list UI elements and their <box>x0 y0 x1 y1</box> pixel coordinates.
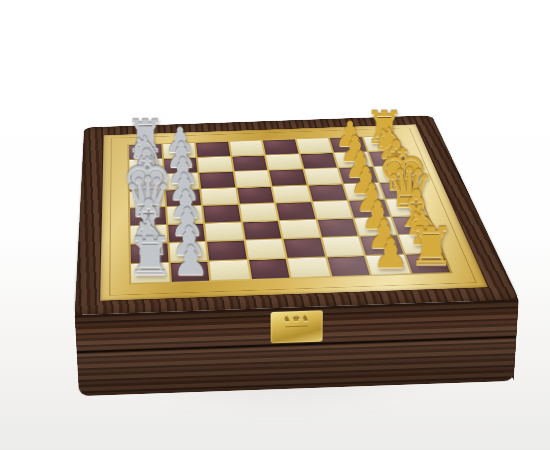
square-3-3 <box>199 172 234 188</box>
chess-box: ♜♟♟♜♞♟♟♞♝♟♟♝♚♟♟♚♛♟♟♛♝♟♟♝♞♟♟♞♜♟♟♜ ♞♚♞ <box>75 115 519 314</box>
piece-wP: ♟ <box>172 242 208 281</box>
square-6-4 <box>242 221 281 240</box>
square-6-3 <box>205 222 243 241</box>
square-2-3 <box>198 157 233 173</box>
square-7-5 <box>284 238 325 257</box>
square-8-1: ♜ <box>131 263 169 284</box>
square-4-6 <box>308 184 347 201</box>
square-8-2: ♟ <box>170 261 209 282</box>
scene-3d: ♜♟♟♜♞♟♟♞♝♟♟♝♚♟♟♚♛♟♟♛♝♟♟♝♞♟♟♞♜♟♟♜ ♞♚♞ <box>0 0 550 450</box>
box-front-face: ♞♚♞ <box>75 299 519 396</box>
clasp-engraving-line <box>285 326 308 328</box>
piece-bR: ♜ <box>407 222 454 272</box>
square-5-3 <box>203 205 240 223</box>
square-5-4 <box>240 204 278 222</box>
square-4-5 <box>273 186 311 203</box>
square-8-8: ♜ <box>405 253 450 273</box>
piece-wR: ♜ <box>127 231 174 281</box>
square-2-4 <box>232 155 267 171</box>
square-7-4 <box>245 239 285 258</box>
box-lid-wood-rim: ♜♟♟♜♞♟♟♞♝♟♟♝♚♟♟♚♛♟♟♛♝♟♟♝♞♟♟♞♜♟♟♜ <box>75 115 519 314</box>
square-5-6 <box>313 201 353 219</box>
square-4-4 <box>237 187 274 204</box>
square-3-5 <box>269 170 306 186</box>
square-2-6 <box>300 153 337 169</box>
square-1-3 <box>196 142 230 157</box>
square-8-4 <box>249 259 290 279</box>
square-8-6 <box>327 256 370 276</box>
square-4-3 <box>201 188 237 205</box>
square-1-5 <box>263 140 298 155</box>
square-6-5 <box>280 220 320 239</box>
square-8-5 <box>288 257 330 277</box>
product-photo-stage: ♜♟♟♜♞♟♟♞♝♟♟♝♚♟♟♚♛♟♟♛♝♟♟♝♞♟♟♞♜♟♟♜ ♞♚♞ <box>0 0 550 450</box>
square-2-5 <box>266 154 302 170</box>
square-8-7: ♟ <box>366 255 410 275</box>
piece-bP: ♟ <box>373 235 409 274</box>
square-7-3 <box>207 241 246 261</box>
clasp-emblem-icon: ♞♚♞ <box>283 315 311 324</box>
square-7-6 <box>322 237 364 256</box>
square-6-6 <box>317 218 358 237</box>
square-1-6 <box>296 138 332 153</box>
square-3-4 <box>234 171 270 187</box>
square-1-4 <box>229 141 263 156</box>
brass-board-plate: ♜♟♟♜♞♟♟♞♝♟♟♝♚♟♟♚♛♟♟♛♝♟♟♝♞♟♟♞♜♟♟♜ <box>100 124 488 300</box>
square-5-5 <box>276 202 315 220</box>
square-8-3 <box>209 260 249 280</box>
square-3-6 <box>304 168 342 184</box>
brass-clasp: ♞♚♞ <box>271 310 323 343</box>
board-grid: ♜♟♟♜♞♟♟♞♝♟♟♝♚♟♟♚♛♟♟♛♝♟♟♝♞♟♟♞♜♟♟♜ <box>127 135 452 284</box>
